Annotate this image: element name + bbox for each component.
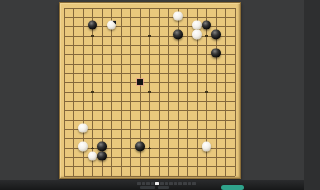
board-cell[interactable]: [97, 22, 107, 31]
nav-segment[interactable]: [183, 182, 187, 185]
board-cell[interactable]: [173, 162, 183, 171]
board-cell[interactable]: [59, 3, 69, 12]
board-cell[interactable]: [211, 97, 221, 106]
board-cell[interactable]: [221, 13, 231, 22]
board-cell[interactable]: [126, 134, 136, 143]
board-cell[interactable]: [107, 50, 117, 59]
board-cell[interactable]: [126, 22, 136, 31]
board-cell[interactable]: [230, 125, 240, 134]
board-cell[interactable]: [97, 78, 107, 87]
board-cell[interactable]: [135, 3, 145, 12]
board-cell[interactable]: [154, 143, 164, 152]
board-cell[interactable]: [78, 59, 88, 68]
nav-segment[interactable]: [151, 182, 155, 185]
board-cell[interactable]: [78, 69, 88, 78]
board-cell[interactable]: [230, 143, 240, 152]
nav-segment-active[interactable]: [155, 182, 159, 185]
board-cell[interactable]: [97, 162, 107, 171]
board-cell[interactable]: [78, 50, 88, 59]
board-cell[interactable]: [164, 134, 174, 143]
board-cell[interactable]: [69, 97, 79, 106]
board-cell[interactable]: [164, 59, 174, 68]
board-cell[interactable]: [173, 97, 183, 106]
board-cell[interactable]: [145, 31, 155, 40]
board-cell[interactable]: [202, 115, 212, 124]
board-cell[interactable]: [202, 125, 212, 134]
board-cell[interactable]: [107, 134, 117, 143]
board-cell[interactable]: [69, 59, 79, 68]
board-cell[interactable]: [126, 87, 136, 96]
board-cell[interactable]: [164, 13, 174, 22]
board-cell[interactable]: [154, 22, 164, 31]
board-cell[interactable]: [173, 13, 183, 22]
board-cell[interactable]: [164, 125, 174, 134]
board-cell[interactable]: [88, 41, 98, 50]
board-cell[interactable]: [116, 50, 126, 59]
board-cell[interactable]: [116, 13, 126, 22]
board-cell[interactable]: [145, 50, 155, 59]
board-cell[interactable]: [59, 125, 69, 134]
board-cell[interactable]: [126, 78, 136, 87]
board-cell[interactable]: [59, 87, 69, 96]
board-cell[interactable]: [116, 134, 126, 143]
board-cell[interactable]: [192, 143, 202, 152]
board-cell[interactable]: [164, 50, 174, 59]
board-cell[interactable]: [116, 41, 126, 50]
board-cell[interactable]: [126, 69, 136, 78]
board-cell[interactable]: [173, 87, 183, 96]
board-cell[interactable]: [211, 13, 221, 22]
board-cell[interactable]: [230, 31, 240, 40]
board-cell[interactable]: [154, 59, 164, 68]
board-cell[interactable]: [116, 3, 126, 12]
board-cell[interactable]: [126, 115, 136, 124]
board-cell[interactable]: [154, 97, 164, 106]
board-cell[interactable]: [78, 87, 88, 96]
board-cell[interactable]: [164, 153, 174, 162]
board-cell[interactable]: [230, 153, 240, 162]
board-cell[interactable]: [183, 31, 193, 40]
nav-segment[interactable]: [192, 182, 196, 185]
board-cell[interactable]: [202, 41, 212, 50]
board-cell[interactable]: [202, 3, 212, 12]
board-cell[interactable]: [192, 125, 202, 134]
board-cell[interactable]: [202, 162, 212, 171]
board-cell[interactable]: [97, 3, 107, 12]
board-cell[interactable]: [78, 153, 88, 162]
toolbar-button-2[interactable]: [158, 186, 169, 189]
board-cell[interactable]: [107, 162, 117, 171]
board-cell[interactable]: [116, 125, 126, 134]
board-cell[interactable]: [192, 162, 202, 171]
board-cell[interactable]: [221, 143, 231, 152]
board-cell[interactable]: [59, 162, 69, 171]
board-cell[interactable]: [183, 3, 193, 12]
board-cell[interactable]: [221, 134, 231, 143]
board-cell[interactable]: [107, 97, 117, 106]
board-cell[interactable]: [154, 31, 164, 40]
board-cell[interactable]: [164, 22, 174, 31]
board-cell[interactable]: [88, 115, 98, 124]
board-cell[interactable]: [173, 41, 183, 50]
board-cell[interactable]: [211, 162, 221, 171]
board-cell[interactable]: [116, 153, 126, 162]
board-cell[interactable]: [183, 125, 193, 134]
board-cell[interactable]: [202, 59, 212, 68]
board-cell[interactable]: [78, 97, 88, 106]
board-cell[interactable]: [107, 41, 117, 50]
board-cell[interactable]: [88, 59, 98, 68]
board-cell[interactable]: [145, 78, 155, 87]
board-cell[interactable]: [154, 162, 164, 171]
board-cell[interactable]: [78, 125, 88, 134]
board-cell[interactable]: [192, 3, 202, 12]
board-cell[interactable]: [202, 78, 212, 87]
board-cell[interactable]: [97, 31, 107, 40]
board-cell[interactable]: [202, 87, 212, 96]
board-cell[interactable]: [116, 162, 126, 171]
board-cell[interactable]: [183, 115, 193, 124]
board-cell[interactable]: [192, 153, 202, 162]
board-cell[interactable]: [221, 69, 231, 78]
board-cell[interactable]: [202, 143, 212, 152]
board-cell[interactable]: [211, 134, 221, 143]
board-cell[interactable]: [192, 50, 202, 59]
board-cell[interactable]: [230, 69, 240, 78]
board-cell[interactable]: [221, 125, 231, 134]
board-cell[interactable]: [107, 59, 117, 68]
board-cell[interactable]: [88, 106, 98, 115]
board-cell[interactable]: [97, 41, 107, 50]
board-cell[interactable]: [59, 134, 69, 143]
board-cell[interactable]: [59, 143, 69, 152]
board-cell[interactable]: [135, 22, 145, 31]
nav-segment[interactable]: [165, 182, 169, 185]
board-cell[interactable]: [116, 59, 126, 68]
board-cell[interactable]: [211, 31, 221, 40]
board-cell[interactable]: [202, 50, 212, 59]
board-cell[interactable]: [173, 69, 183, 78]
board-cell[interactable]: [59, 59, 69, 68]
board-cell[interactable]: [164, 162, 174, 171]
board-cell[interactable]: [202, 22, 212, 31]
board-cell[interactable]: [173, 134, 183, 143]
board-cell[interactable]: [164, 31, 174, 40]
board-cell[interactable]: [154, 134, 164, 143]
board-cell[interactable]: [164, 143, 174, 152]
board-cell[interactable]: [78, 41, 88, 50]
board-cell[interactable]: [78, 3, 88, 12]
board-cell[interactable]: [221, 41, 231, 50]
board-cell[interactable]: [164, 87, 174, 96]
board-cell[interactable]: [78, 106, 88, 115]
board-cell[interactable]: [107, 3, 117, 12]
board-cell[interactable]: [107, 106, 117, 115]
board-cell[interactable]: [107, 31, 117, 40]
board-cell[interactable]: [230, 22, 240, 31]
board-cell[interactable]: [173, 115, 183, 124]
board-cell[interactable]: [107, 69, 117, 78]
board-cell[interactable]: [78, 13, 88, 22]
board-cell[interactable]: [145, 125, 155, 134]
board-cell[interactable]: [107, 87, 117, 96]
board-cell[interactable]: [69, 106, 79, 115]
board-cell[interactable]: [135, 59, 145, 68]
board-cell[interactable]: [135, 125, 145, 134]
board-cell[interactable]: [145, 134, 155, 143]
board-cell[interactable]: [211, 153, 221, 162]
board-cell[interactable]: [211, 78, 221, 87]
board-cell[interactable]: [135, 50, 145, 59]
board-cell[interactable]: [230, 134, 240, 143]
board-cell[interactable]: [173, 59, 183, 68]
board-cell[interactable]: [192, 69, 202, 78]
board-cell[interactable]: [183, 50, 193, 59]
board-cell[interactable]: [173, 106, 183, 115]
board-cell[interactable]: [116, 78, 126, 87]
board-cell[interactable]: [173, 143, 183, 152]
board-cell[interactable]: [97, 59, 107, 68]
board-cell[interactable]: [192, 59, 202, 68]
board-cell[interactable]: [230, 3, 240, 12]
board-cell[interactable]: [78, 31, 88, 40]
board-cell[interactable]: [164, 106, 174, 115]
toolbar-button-1[interactable]: [140, 186, 155, 189]
board-cell[interactable]: [59, 78, 69, 87]
board-cell[interactable]: [145, 59, 155, 68]
board-cell[interactable]: [97, 13, 107, 22]
board-cell[interactable]: [173, 153, 183, 162]
board-cell[interactable]: [116, 87, 126, 96]
board-cell[interactable]: [97, 87, 107, 96]
board-cell[interactable]: [116, 106, 126, 115]
board-cell[interactable]: [78, 162, 88, 171]
board-cell[interactable]: [211, 87, 221, 96]
board-cell[interactable]: [107, 143, 117, 152]
board-cell[interactable]: [135, 41, 145, 50]
board-cell[interactable]: [69, 125, 79, 134]
board-cell[interactable]: [107, 115, 117, 124]
board-cell[interactable]: [107, 22, 117, 31]
board-cell[interactable]: [183, 13, 193, 22]
board-cell[interactable]: [183, 69, 193, 78]
board-cell[interactable]: [135, 106, 145, 115]
board-cell[interactable]: [211, 69, 221, 78]
board-cell[interactable]: [221, 87, 231, 96]
board-cell[interactable]: [69, 78, 79, 87]
board-cell[interactable]: [211, 106, 221, 115]
board-cell[interactable]: [211, 115, 221, 124]
board-cell[interactable]: [211, 143, 221, 152]
board-cell[interactable]: [173, 78, 183, 87]
board-cell[interactable]: [192, 115, 202, 124]
board-cell[interactable]: [221, 22, 231, 31]
board-cell[interactable]: [183, 162, 193, 171]
board-cell[interactable]: [164, 97, 174, 106]
board-cell[interactable]: [88, 97, 98, 106]
board-cell[interactable]: [211, 50, 221, 59]
board-cell[interactable]: [69, 153, 79, 162]
board-cell[interactable]: [59, 106, 69, 115]
board-cell[interactable]: [145, 41, 155, 50]
board-cell[interactable]: [126, 153, 136, 162]
board-cell[interactable]: [126, 50, 136, 59]
board-cell[interactable]: [173, 50, 183, 59]
board-cell[interactable]: [183, 134, 193, 143]
nav-segment[interactable]: [178, 182, 182, 185]
board-cell[interactable]: [126, 106, 136, 115]
board-cell[interactable]: [135, 162, 145, 171]
board-cell[interactable]: [69, 13, 79, 22]
board-cell[interactable]: [126, 41, 136, 50]
board-cell[interactable]: [59, 153, 69, 162]
board-cell[interactable]: [78, 22, 88, 31]
board-cell[interactable]: [69, 134, 79, 143]
board-cell[interactable]: [202, 97, 212, 106]
board-cell[interactable]: [154, 115, 164, 124]
board-cell[interactable]: [183, 97, 193, 106]
board-cell[interactable]: [135, 153, 145, 162]
board-cell[interactable]: [88, 153, 98, 162]
board-cell[interactable]: [154, 3, 164, 12]
nav-segment[interactable]: [142, 182, 146, 185]
board-cell[interactable]: [154, 125, 164, 134]
board-cell[interactable]: [211, 3, 221, 12]
nav-segment[interactable]: [174, 182, 178, 185]
board-cell[interactable]: [230, 50, 240, 59]
board-cell[interactable]: [107, 153, 117, 162]
board-cell[interactable]: [116, 97, 126, 106]
board-cell[interactable]: [230, 87, 240, 96]
board-cell[interactable]: [97, 153, 107, 162]
board-cell[interactable]: [230, 59, 240, 68]
board-cell[interactable]: [69, 87, 79, 96]
board-cell[interactable]: [221, 153, 231, 162]
board-cell[interactable]: [154, 50, 164, 59]
board-cell[interactable]: [221, 78, 231, 87]
board-cell[interactable]: [116, 115, 126, 124]
board-cell[interactable]: [145, 143, 155, 152]
board-cell[interactable]: [164, 3, 174, 12]
board-cell[interactable]: [69, 143, 79, 152]
board-cell[interactable]: [183, 78, 193, 87]
board-cell[interactable]: [221, 3, 231, 12]
board-cell[interactable]: [221, 115, 231, 124]
board-cell[interactable]: [230, 13, 240, 22]
board-cell[interactable]: [173, 125, 183, 134]
confirm-button[interactable]: [221, 185, 244, 190]
board-cell[interactable]: [221, 97, 231, 106]
board-cell[interactable]: [164, 41, 174, 50]
board-cell[interactable]: [97, 69, 107, 78]
board-cell[interactable]: [145, 115, 155, 124]
board-cell[interactable]: [183, 87, 193, 96]
board-cell[interactable]: [183, 106, 193, 115]
board-cell[interactable]: [88, 134, 98, 143]
board-cell[interactable]: [88, 78, 98, 87]
board-cell[interactable]: [164, 69, 174, 78]
board-cell[interactable]: [145, 69, 155, 78]
board-cell[interactable]: [183, 41, 193, 50]
board-cell[interactable]: [154, 41, 164, 50]
board-cell[interactable]: [221, 59, 231, 68]
board-cell[interactable]: [154, 13, 164, 22]
board-cell[interactable]: [135, 31, 145, 40]
board-cell[interactable]: [135, 78, 145, 87]
board-cell[interactable]: [69, 3, 79, 12]
board-cell[interactable]: [192, 106, 202, 115]
board-cell[interactable]: [107, 125, 117, 134]
board-cell[interactable]: [126, 125, 136, 134]
board-cell[interactable]: [126, 143, 136, 152]
board-cell[interactable]: [230, 41, 240, 50]
board-cell[interactable]: [97, 97, 107, 106]
board-cell[interactable]: [69, 41, 79, 50]
board-cell[interactable]: [192, 41, 202, 50]
board-cell[interactable]: [145, 153, 155, 162]
board-cell[interactable]: [135, 13, 145, 22]
board-cell[interactable]: [221, 50, 231, 59]
board-cell[interactable]: [88, 50, 98, 59]
board-cell[interactable]: [154, 153, 164, 162]
board-cell[interactable]: [230, 97, 240, 106]
board-cell[interactable]: [145, 87, 155, 96]
board-cell[interactable]: [69, 50, 79, 59]
board-cell[interactable]: [59, 50, 69, 59]
board-cell[interactable]: [192, 78, 202, 87]
board-cell[interactable]: [183, 22, 193, 31]
board-cell[interactable]: [59, 22, 69, 31]
board-cell[interactable]: [164, 78, 174, 87]
board-cell[interactable]: [145, 13, 155, 22]
board-cell[interactable]: [59, 31, 69, 40]
board-cell[interactable]: [230, 78, 240, 87]
board-cell[interactable]: [202, 31, 212, 40]
board-cell[interactable]: [59, 97, 69, 106]
board-cell[interactable]: [145, 162, 155, 171]
board-cell[interactable]: [59, 115, 69, 124]
board-cell[interactable]: [126, 97, 136, 106]
board-cell[interactable]: [126, 13, 136, 22]
board-cell[interactable]: [221, 106, 231, 115]
board-cell[interactable]: [116, 69, 126, 78]
board-cell[interactable]: [192, 134, 202, 143]
board-cell[interactable]: [126, 162, 136, 171]
board-cell[interactable]: [69, 31, 79, 40]
board-cell[interactable]: [135, 69, 145, 78]
board-cell[interactable]: [78, 78, 88, 87]
board-cell[interactable]: [135, 87, 145, 96]
board-cell[interactable]: [69, 162, 79, 171]
nav-segment[interactable]: [146, 182, 150, 185]
board-cell[interactable]: [116, 143, 126, 152]
board-cell[interactable]: [145, 97, 155, 106]
board-cell[interactable]: [221, 31, 231, 40]
board-cell[interactable]: [59, 13, 69, 22]
board-cell[interactable]: [135, 115, 145, 124]
board-cell[interactable]: [211, 59, 221, 68]
board-cell[interactable]: [192, 87, 202, 96]
board-cell[interactable]: [59, 41, 69, 50]
board-cell[interactable]: [78, 143, 88, 152]
board-cell[interactable]: [88, 69, 98, 78]
nav-segment[interactable]: [169, 182, 173, 185]
board-cell[interactable]: [173, 31, 183, 40]
nav-segment[interactable]: [137, 182, 141, 185]
board-cell[interactable]: [183, 153, 193, 162]
board-cell[interactable]: [154, 69, 164, 78]
board-cell[interactable]: [230, 115, 240, 124]
